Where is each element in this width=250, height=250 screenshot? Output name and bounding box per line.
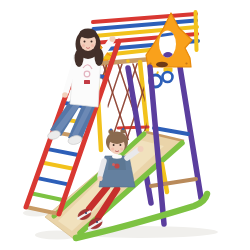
girl-hair-lock	[95, 48, 104, 66]
ladder-rung	[42, 163, 75, 170]
ladder-rung	[36, 178, 69, 185]
climbing-frame-scene	[0, 0, 250, 250]
toddler-eye	[119, 144, 121, 146]
girl-cheek	[82, 44, 85, 47]
ladder-rung	[31, 193, 64, 200]
panel-screw	[185, 62, 187, 64]
girl-hair-lock	[75, 49, 84, 67]
toddler-eye	[113, 144, 115, 146]
net-clamp	[126, 59, 130, 63]
bib-applique	[114, 163, 119, 168]
toddler-right-hand	[138, 146, 144, 152]
monkey-bars-end-post	[196, 12, 197, 50]
bib-applique	[112, 163, 115, 166]
toddler-bangs	[109, 135, 125, 144]
gym-ring	[163, 72, 173, 82]
photo-white-background	[0, 0, 250, 250]
rocket-panel-handle-slot	[156, 62, 168, 68]
top-patch	[84, 80, 90, 84]
girl-right-hand	[110, 36, 116, 42]
toddler-cheek	[111, 148, 114, 151]
toddler-cheek	[120, 148, 123, 151]
girl-bangs	[79, 29, 96, 39]
slide-hook-bar	[154, 128, 188, 134]
red-rung-behind-net	[118, 127, 148, 128]
girl-eye	[84, 41, 86, 43]
ladder-rung	[47, 149, 80, 155]
hair-tie	[122, 128, 124, 130]
sneaker-lace	[85, 212, 87, 214]
toddler-collar	[112, 154, 122, 158]
girl-left-hand	[62, 92, 68, 98]
sneaker-lace	[96, 221, 98, 223]
girl-cheek	[91, 44, 94, 47]
hair-tie	[110, 128, 112, 130]
toddler-left-arm	[100, 161, 104, 176]
toddler-left-hand	[97, 176, 102, 181]
girl-eye	[91, 41, 93, 43]
